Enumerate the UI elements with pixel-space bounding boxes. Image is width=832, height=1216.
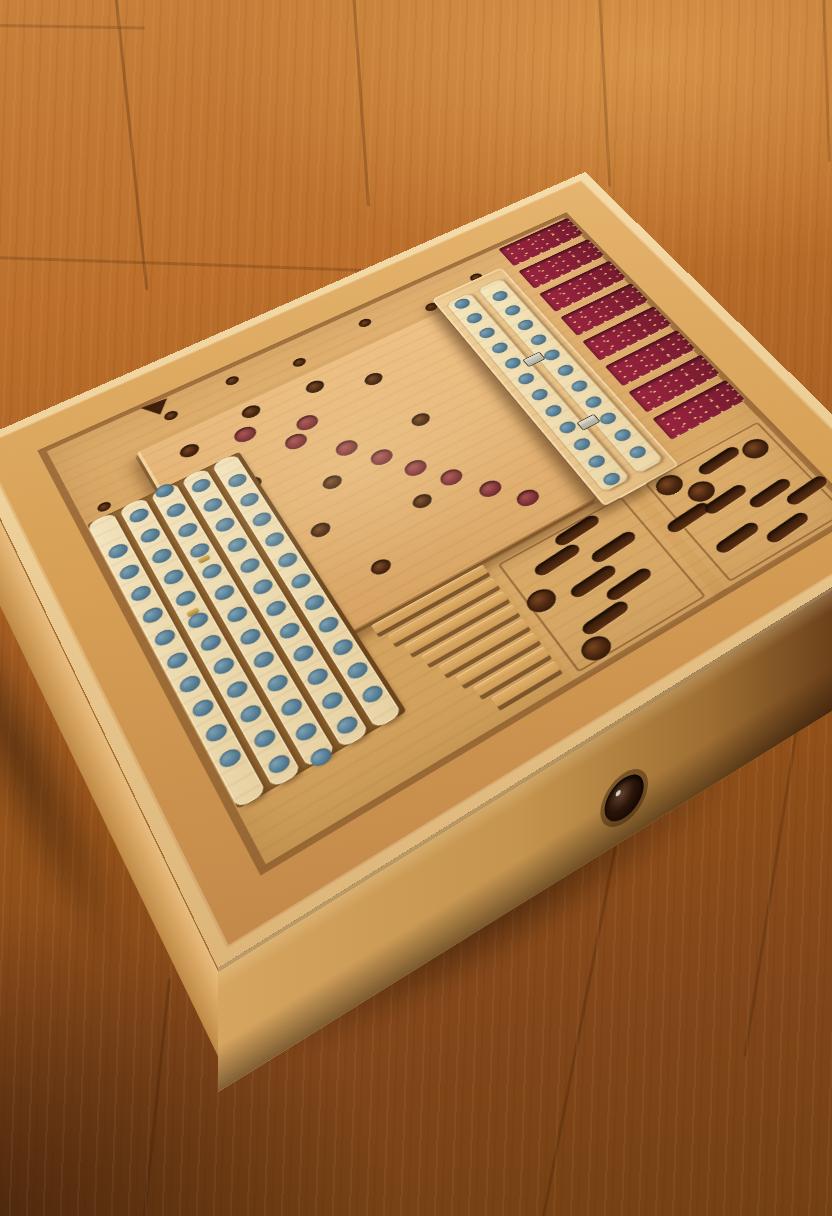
blue-pip — [541, 347, 562, 362]
peg-hole[interactable] — [410, 491, 435, 511]
blue-pip — [175, 520, 199, 539]
blue-pip — [600, 470, 622, 487]
blue-pip — [173, 588, 198, 609]
blue-pip — [264, 672, 290, 695]
blue-pip — [543, 403, 564, 419]
blue-pip — [315, 614, 341, 636]
blue-pip — [237, 702, 264, 726]
blue-pip — [278, 695, 305, 719]
peg-hole[interactable] — [231, 424, 259, 445]
blue-pip — [250, 576, 275, 597]
blue-pip — [502, 355, 523, 370]
blue-pip — [225, 471, 248, 489]
blue-pip — [262, 530, 286, 550]
blue-pip — [557, 419, 579, 435]
blue-pip — [626, 444, 648, 461]
peg-hole[interactable] — [332, 437, 361, 459]
blue-pip — [265, 752, 292, 777]
floor-plank-seam — [598, 0, 611, 187]
blue-pip — [149, 546, 173, 566]
knob-glint-highlight — [616, 789, 621, 797]
blue-pip — [189, 476, 212, 494]
blue-pip — [318, 689, 345, 712]
blue-pip — [164, 501, 188, 520]
peg-hole[interactable] — [368, 446, 397, 468]
peg-hole[interactable] — [368, 556, 394, 577]
blue-pip — [477, 325, 497, 339]
blue-pip — [251, 726, 278, 750]
blue-pip — [515, 371, 536, 386]
blue-pip — [176, 673, 202, 696]
blue-pip — [151, 627, 177, 649]
blue-pip — [199, 561, 224, 581]
blue-pip — [212, 515, 236, 534]
drilled-hole[interactable] — [96, 500, 113, 513]
blue-pip — [216, 746, 243, 771]
blue-pip — [555, 363, 576, 378]
floor-plank-seam — [0, 24, 145, 30]
blue-pip — [105, 541, 129, 561]
blue-pip — [197, 632, 223, 654]
floor-plank-seam — [0, 256, 363, 272]
blue-pip — [116, 562, 141, 582]
blue-pip — [275, 550, 300, 570]
blue-pip — [528, 332, 549, 347]
blue-pip — [529, 387, 550, 403]
drilled-hole[interactable] — [223, 374, 240, 386]
blue-pip — [128, 583, 153, 604]
drilled-hole[interactable] — [290, 356, 307, 368]
blue-pip — [515, 318, 535, 332]
blue-pip — [200, 495, 224, 514]
blue-pip — [290, 642, 316, 664]
blue-pip — [249, 510, 273, 529]
blue-pip — [211, 582, 236, 603]
blue-pip — [452, 297, 472, 311]
blue-pip — [490, 289, 510, 303]
peg-hole[interactable] — [437, 466, 466, 489]
blue-pip — [292, 720, 319, 744]
peg-hole[interactable] — [408, 411, 432, 429]
blue-pip — [569, 378, 590, 393]
blue-pip — [189, 696, 216, 720]
peg-hole[interactable] — [401, 457, 430, 479]
blue-pip — [139, 605, 164, 626]
blue-pip — [237, 555, 262, 575]
floor-plank-seam — [114, 0, 148, 290]
blue-pip — [329, 636, 355, 658]
blue-pip — [237, 626, 263, 648]
blue-pip — [307, 745, 334, 770]
blue-pip — [288, 571, 313, 592]
blue-pip — [224, 535, 248, 555]
knob-hole[interactable] — [605, 766, 644, 830]
peg-hole[interactable] — [475, 477, 504, 500]
blue-pip — [344, 659, 370, 682]
blue-pip — [224, 604, 249, 625]
peg-hole[interactable] — [294, 412, 322, 433]
blue-pip — [138, 526, 162, 546]
blue-pip — [571, 436, 593, 453]
peg-hole[interactable] — [303, 378, 327, 395]
peg-hole[interactable] — [308, 520, 334, 541]
photo-stage — [0, 0, 832, 1216]
blue-pip — [489, 340, 510, 355]
drilled-hole[interactable] — [356, 317, 372, 329]
peg-hole[interactable] — [513, 487, 543, 510]
blue-pip — [276, 620, 302, 642]
blue-pip — [126, 506, 150, 525]
blue-pip — [304, 665, 330, 688]
blue-pip — [223, 678, 249, 701]
blue-pip — [161, 567, 186, 587]
floor-plank-seam — [822, 0, 831, 162]
blue-pip — [502, 303, 522, 317]
peg-hole[interactable] — [177, 441, 201, 460]
blue-pip — [301, 592, 326, 613]
blue-pip — [164, 649, 190, 671]
blue-pip — [597, 410, 619, 426]
drilled-hole[interactable] — [162, 409, 179, 422]
blue-pip — [583, 394, 604, 410]
floor-plank-seam — [352, 0, 370, 206]
peg-hole[interactable] — [361, 371, 384, 388]
peg-hole[interactable] — [281, 431, 309, 453]
blue-pip — [210, 655, 236, 678]
blue-pip — [333, 713, 360, 737]
blue-pip — [250, 648, 276, 670]
blue-pip — [263, 598, 288, 619]
blue-pip — [585, 453, 607, 470]
blue-pip — [359, 683, 386, 706]
blue-pip — [202, 721, 229, 745]
blue-pip — [612, 427, 634, 443]
peg-hole[interactable] — [239, 403, 263, 421]
blue-pip — [237, 490, 261, 509]
peg-hole[interactable] — [320, 472, 345, 491]
blue-pip — [464, 311, 484, 325]
